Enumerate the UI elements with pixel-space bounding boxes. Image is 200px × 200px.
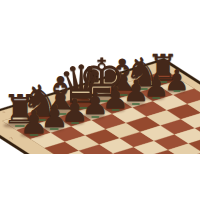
piece-pawn-a7[interactable]: ♟ [20,106,49,138]
chess-set-photo: 87abcdefgh ♜♞♝♛♚♝♞♜♟♟♟♟♟♟♟♟ Black's sixt… [0,0,200,200]
photo-area: 87abcdefgh ♜♞♝♛♚♝♞♜♟♟♟♟♟♟♟♟ [0,0,200,154]
